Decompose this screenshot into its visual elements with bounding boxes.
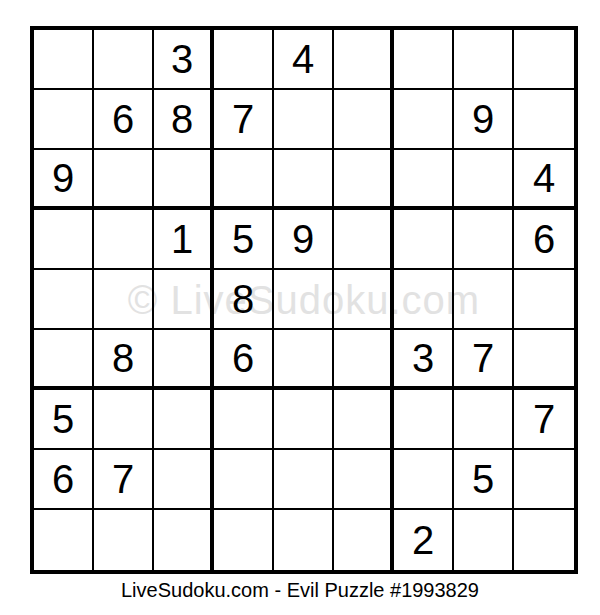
sudoku-board: © LiveSudoku.com 34687994159688637576752 bbox=[30, 26, 578, 574]
cell-r2c8: 9 bbox=[454, 90, 514, 150]
cell-r4c2[interactable] bbox=[94, 210, 154, 270]
cell-r8c5[interactable] bbox=[274, 450, 334, 510]
cell-r5c5[interactable] bbox=[274, 270, 334, 330]
cell-r3c9: 4 bbox=[514, 150, 574, 210]
cell-r5c9[interactable] bbox=[514, 270, 574, 330]
cell-r5c1[interactable] bbox=[34, 270, 94, 330]
cell-r7c9: 7 bbox=[514, 390, 574, 450]
cell-r6c3[interactable] bbox=[154, 330, 214, 390]
cell-r6c4: 6 bbox=[214, 330, 274, 390]
cell-r3c8[interactable] bbox=[454, 150, 514, 210]
cell-r6c1[interactable] bbox=[34, 330, 94, 390]
cell-r6c6[interactable] bbox=[334, 330, 394, 390]
cell-r5c2[interactable] bbox=[94, 270, 154, 330]
cell-r7c7[interactable] bbox=[394, 390, 454, 450]
cell-r2c2: 6 bbox=[94, 90, 154, 150]
cell-r6c2: 8 bbox=[94, 330, 154, 390]
cell-r2c7[interactable] bbox=[394, 90, 454, 150]
cell-r2c1[interactable] bbox=[34, 90, 94, 150]
cell-r8c1: 6 bbox=[34, 450, 94, 510]
cell-r7c5[interactable] bbox=[274, 390, 334, 450]
cell-r6c5[interactable] bbox=[274, 330, 334, 390]
cell-r6c8: 7 bbox=[454, 330, 514, 390]
cell-r3c2[interactable] bbox=[94, 150, 154, 210]
cell-r1c6[interactable] bbox=[334, 30, 394, 90]
cell-r4c6[interactable] bbox=[334, 210, 394, 270]
cell-r2c5[interactable] bbox=[274, 90, 334, 150]
puzzle-caption: LiveSudoku.com - Evil Puzzle #1993829 bbox=[0, 579, 600, 602]
cell-r6c9[interactable] bbox=[514, 330, 574, 390]
cell-r9c7: 2 bbox=[394, 510, 454, 570]
cell-r3c1: 9 bbox=[34, 150, 94, 210]
cell-r4c8[interactable] bbox=[454, 210, 514, 270]
cell-r4c5: 9 bbox=[274, 210, 334, 270]
cell-r7c4[interactable] bbox=[214, 390, 274, 450]
cell-r3c7[interactable] bbox=[394, 150, 454, 210]
cell-r8c4[interactable] bbox=[214, 450, 274, 510]
cell-r2c9[interactable] bbox=[514, 90, 574, 150]
cell-r1c9[interactable] bbox=[514, 30, 574, 90]
cell-r9c4[interactable] bbox=[214, 510, 274, 570]
cell-r6c7: 3 bbox=[394, 330, 454, 390]
cell-r4c3: 1 bbox=[154, 210, 214, 270]
cell-r1c8[interactable] bbox=[454, 30, 514, 90]
cell-r1c7[interactable] bbox=[394, 30, 454, 90]
cell-r9c1[interactable] bbox=[34, 510, 94, 570]
cell-r8c2: 7 bbox=[94, 450, 154, 510]
cell-r1c4[interactable] bbox=[214, 30, 274, 90]
cell-r4c4: 5 bbox=[214, 210, 274, 270]
cell-r5c8[interactable] bbox=[454, 270, 514, 330]
cell-r3c6[interactable] bbox=[334, 150, 394, 210]
cell-r3c5[interactable] bbox=[274, 150, 334, 210]
cell-r2c6[interactable] bbox=[334, 90, 394, 150]
cell-r5c3[interactable] bbox=[154, 270, 214, 330]
cell-r8c7[interactable] bbox=[394, 450, 454, 510]
cell-r4c7[interactable] bbox=[394, 210, 454, 270]
cell-r9c6[interactable] bbox=[334, 510, 394, 570]
cell-r1c1[interactable] bbox=[34, 30, 94, 90]
cell-r1c5: 4 bbox=[274, 30, 334, 90]
cell-r8c9[interactable] bbox=[514, 450, 574, 510]
cell-r7c3[interactable] bbox=[154, 390, 214, 450]
cell-r5c4: 8 bbox=[214, 270, 274, 330]
cell-r4c9: 6 bbox=[514, 210, 574, 270]
cell-r5c6[interactable] bbox=[334, 270, 394, 330]
cell-r3c3[interactable] bbox=[154, 150, 214, 210]
cell-r1c2[interactable] bbox=[94, 30, 154, 90]
sudoku-grid: © LiveSudoku.com 34687994159688637576752 bbox=[30, 26, 578, 574]
cell-r9c3[interactable] bbox=[154, 510, 214, 570]
cell-r7c8[interactable] bbox=[454, 390, 514, 450]
cell-r8c8: 5 bbox=[454, 450, 514, 510]
cell-r7c1: 5 bbox=[34, 390, 94, 450]
cell-r1c3: 3 bbox=[154, 30, 214, 90]
cell-r2c4: 7 bbox=[214, 90, 274, 150]
cell-r9c8[interactable] bbox=[454, 510, 514, 570]
cell-r7c6[interactable] bbox=[334, 390, 394, 450]
cell-r8c3[interactable] bbox=[154, 450, 214, 510]
cell-r4c1[interactable] bbox=[34, 210, 94, 270]
cell-r2c3: 8 bbox=[154, 90, 214, 150]
cell-r8c6[interactable] bbox=[334, 450, 394, 510]
cell-r3c4[interactable] bbox=[214, 150, 274, 210]
cell-r9c2[interactable] bbox=[94, 510, 154, 570]
cell-r9c5[interactable] bbox=[274, 510, 334, 570]
cell-r5c7[interactable] bbox=[394, 270, 454, 330]
cell-r7c2[interactable] bbox=[94, 390, 154, 450]
cell-r9c9[interactable] bbox=[514, 510, 574, 570]
